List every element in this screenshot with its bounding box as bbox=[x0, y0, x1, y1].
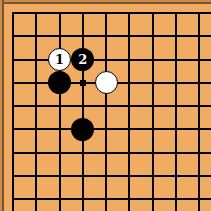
grid-line-vertical bbox=[175, 12, 177, 211]
stone-move-number: 2 bbox=[78, 53, 87, 66]
board-frame-top-line bbox=[0, 2, 211, 4]
stone-move-number: 1 bbox=[55, 53, 64, 66]
white-stone bbox=[95, 71, 118, 94]
hoshi-star-point-marker bbox=[80, 80, 86, 86]
grid-line-vertical bbox=[128, 12, 130, 211]
grid-line-vertical bbox=[12, 12, 14, 211]
grid-line-horizontal bbox=[12, 12, 211, 14]
grid-line-vertical bbox=[152, 12, 154, 211]
grid-line-horizontal bbox=[12, 59, 211, 61]
grid-line-vertical bbox=[105, 12, 107, 211]
go-diagram: 12 bbox=[0, 0, 211, 211]
black-stone bbox=[48, 71, 71, 94]
grid-line-vertical bbox=[82, 12, 84, 211]
grid-line-vertical bbox=[198, 12, 200, 211]
grid-line-horizontal bbox=[12, 105, 211, 107]
go-board: 12 bbox=[0, 0, 211, 211]
white-stone: 1 bbox=[48, 48, 71, 71]
grid-line-vertical bbox=[35, 12, 37, 211]
grid-line-horizontal bbox=[12, 152, 211, 154]
grid-line-horizontal bbox=[12, 35, 211, 37]
grid-line-horizontal bbox=[12, 198, 211, 200]
black-stone bbox=[71, 118, 94, 141]
grid-line-horizontal bbox=[12, 175, 211, 177]
grid-line-vertical bbox=[59, 12, 61, 211]
grid-line-horizontal bbox=[12, 128, 211, 130]
black-stone: 2 bbox=[71, 48, 94, 71]
board-frame-left-line bbox=[2, 0, 4, 211]
